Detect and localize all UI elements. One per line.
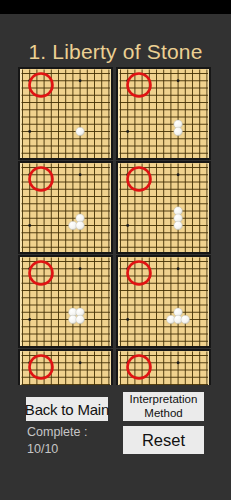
- go-board: [20, 351, 111, 385]
- problem-board-3[interactable]: [18, 161, 113, 254]
- problem-board-1[interactable]: [18, 67, 113, 160]
- problem-board-5[interactable]: [18, 255, 113, 348]
- white-stone: [174, 127, 183, 136]
- star-point: [126, 224, 129, 227]
- interpretation-method-button[interactable]: Interpretation Method: [123, 392, 204, 421]
- white-stone: [181, 315, 190, 324]
- reset-button[interactable]: Reset: [123, 426, 204, 454]
- star-point: [79, 267, 82, 270]
- problem-board-7[interactable]: [18, 349, 113, 385]
- go-board: [118, 257, 209, 346]
- star-point: [79, 361, 82, 364]
- star-point: [28, 130, 31, 133]
- star-point: [177, 79, 180, 82]
- app-screen: 1. Liberty of Stone Back to Main Interpr…: [0, 0, 231, 500]
- go-board: [118, 163, 209, 252]
- problem-board-4[interactable]: [116, 161, 211, 254]
- star-point: [126, 318, 129, 321]
- star-point: [177, 267, 180, 270]
- star-point: [126, 130, 129, 133]
- problem-list[interactable]: [0, 67, 231, 385]
- go-board: [20, 257, 111, 346]
- white-stone: [76, 127, 85, 136]
- go-board: [20, 163, 111, 252]
- completion-label: Complete :: [27, 424, 117, 441]
- back-to-main-button[interactable]: Back to Main: [26, 397, 108, 421]
- go-board: [118, 69, 209, 158]
- problem-board-2[interactable]: [116, 67, 211, 160]
- star-point: [28, 224, 31, 227]
- star-point: [79, 79, 82, 82]
- star-point: [28, 318, 31, 321]
- white-stone: [76, 315, 85, 324]
- problem-board-6[interactable]: [116, 255, 211, 348]
- status-bar: [0, 0, 231, 14]
- go-board: [118, 351, 209, 385]
- white-stone: [174, 221, 183, 230]
- problem-board-8[interactable]: [116, 349, 211, 385]
- star-point: [79, 173, 82, 176]
- star-point: [177, 361, 180, 364]
- white-stone: [76, 221, 85, 230]
- completion-count: 10/10: [27, 441, 117, 458]
- star-point: [177, 173, 180, 176]
- page-title: 1. Liberty of Stone: [0, 38, 231, 66]
- completion-status: Complete : 10/10: [27, 424, 117, 458]
- go-board: [20, 69, 111, 158]
